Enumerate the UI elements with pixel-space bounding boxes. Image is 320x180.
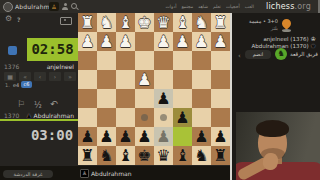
avatar[interactable]	[3, 2, 13, 12]
white-pawn: ♟	[97, 32, 116, 51]
menu-item-tools[interactable]: أدوات	[165, 4, 176, 9]
black-clock: 03:00	[27, 123, 77, 148]
move-white[interactable]: e4	[13, 82, 19, 88]
team-label: فريق الرقعة	[290, 51, 318, 57]
square-a4[interactable]	[211, 70, 230, 89]
last-move-icon[interactable]: »	[64, 72, 76, 81]
square-h4[interactable]	[78, 70, 97, 89]
black-bishop: ♝	[173, 146, 192, 165]
square-f5[interactable]	[116, 89, 135, 108]
square-h5[interactable]	[78, 89, 97, 108]
square-g7[interactable]: ♟	[97, 127, 116, 146]
white-bishop: ♝	[173, 13, 192, 32]
square-g6[interactable]	[97, 108, 116, 127]
main-menu: العب أحجيات تعلم شاهد مجتمع أدوات	[165, 4, 254, 9]
menu-item-community[interactable]: مجتمع	[181, 4, 193, 9]
square-f1[interactable]: ♝	[116, 13, 135, 32]
gear-icon[interactable]: ⚙	[5, 14, 12, 23]
square-e1[interactable]: ♚	[135, 13, 154, 32]
game-side-panel: ⚙ ? 02:58 1376 anjelneel ▦ « ‹ › » 1. e4…	[0, 13, 78, 166]
notification-badge[interactable]: ♙	[49, 2, 59, 11]
black-queen: ♛	[154, 146, 173, 165]
white-pawn: ♟	[78, 32, 97, 51]
square-a5[interactable]	[211, 89, 230, 108]
square-f8[interactable]: ♝	[116, 146, 135, 165]
square-f6[interactable]	[116, 108, 135, 127]
black-knight: ♞	[97, 146, 116, 165]
square-g8[interactable]: ♞	[97, 146, 116, 165]
square-c8[interactable]: ♝	[173, 146, 192, 165]
bottom-player-label: Abdulrahman	[91, 170, 131, 177]
square-b8[interactable]: ♞	[192, 146, 211, 165]
white-rook: ♜	[211, 13, 230, 32]
black-pawn: ♟	[116, 127, 135, 146]
square-g4[interactable]	[97, 70, 116, 89]
friends-icon[interactable]	[62, 3, 68, 10]
square-e6[interactable]	[135, 108, 154, 127]
square-g5[interactable]	[97, 89, 116, 108]
square-a8[interactable]: ♜	[211, 146, 230, 165]
black-pawn: ♟	[192, 127, 211, 146]
square-a1[interactable]: ♜	[211, 13, 230, 32]
team-logo-icon[interactable]: ♞	[275, 48, 287, 60]
black-rook: ♜	[78, 146, 97, 165]
square-d5[interactable]: ♟	[154, 89, 173, 108]
square-h6[interactable]	[78, 108, 97, 127]
blue-indicator-icon[interactable]	[8, 46, 17, 55]
square-h8[interactable]: ♜	[78, 146, 97, 165]
square-f3[interactable]	[116, 51, 135, 70]
square-c3[interactable]	[173, 51, 192, 70]
black-pawn-ghost: ♟	[154, 127, 173, 146]
blitz-flame-icon	[281, 19, 292, 32]
square-c6[interactable]: ♟	[173, 108, 192, 127]
chevron-left-icon[interactable]: ‹	[238, 52, 241, 60]
help-icon[interactable]: ?	[17, 16, 20, 23]
menu-item-watch[interactable]: شاهد	[198, 4, 208, 9]
white-pawn: ♟	[135, 70, 154, 89]
camera-icon[interactable]	[60, 17, 72, 25]
white-knight: ♞	[97, 13, 116, 32]
black-king: ♚	[135, 146, 154, 165]
square-e7[interactable]: ♟	[135, 127, 154, 146]
square-b2[interactable]: ♟	[192, 32, 211, 51]
square-d7[interactable]: ♟	[154, 127, 173, 146]
white-king: ♚	[135, 13, 154, 32]
square-b5[interactable]	[192, 89, 211, 108]
white-player-name[interactable]: anjelneel	[47, 63, 74, 70]
square-b4[interactable]	[192, 70, 211, 89]
white-queen: ♛	[154, 13, 173, 32]
prev-move-icon[interactable]: ‹	[34, 72, 46, 81]
join-button[interactable]: انضم	[245, 50, 271, 59]
square-a3[interactable]	[211, 51, 230, 70]
move-black-current[interactable]: c6	[21, 81, 32, 88]
menu-item-learn[interactable]: تعلم	[213, 4, 221, 9]
square-c5[interactable]	[173, 89, 192, 108]
square-f4[interactable]	[116, 70, 135, 89]
chat-room-button[interactable]: غرفة الدردشة	[3, 170, 53, 178]
square-e5[interactable]	[135, 89, 154, 108]
square-h2[interactable]: ♟	[78, 32, 97, 51]
square-d8[interactable]: ♛	[154, 146, 173, 165]
square-e4[interactable]: ♟	[135, 70, 154, 89]
square-h3[interactable]	[78, 51, 97, 70]
white-pawn: ♟	[116, 32, 135, 51]
white-knight: ♞	[192, 13, 211, 32]
square-e3[interactable]	[135, 51, 154, 70]
top-bar: Abdulrahman ♙ العب أحجيات تعلم شاهد مجتم…	[0, 0, 320, 13]
square-d3[interactable]	[154, 51, 173, 70]
square-a6[interactable]	[211, 108, 230, 127]
player-row-white[interactable]: anjelneel (1376) ♔	[263, 35, 316, 42]
move-number: 1.	[5, 82, 10, 88]
black-pawn: ♟	[78, 127, 97, 146]
black-pawn: ♟	[135, 127, 154, 146]
takeback-icon[interactable]: ↶	[50, 99, 58, 109]
square-g1[interactable]: ♞	[97, 13, 116, 32]
black-pawn: ♟	[154, 89, 173, 108]
square-h7[interactable]: ♟	[78, 127, 97, 146]
first-move-icon[interactable]: «	[19, 72, 31, 81]
white-pawn: ♟	[154, 32, 173, 51]
white-clock: 02:58	[27, 38, 78, 61]
black-rating: 1370	[4, 112, 19, 119]
black-pawn: ♟	[173, 108, 192, 127]
player-color-badge: ♙	[80, 169, 89, 178]
game-info-line1: 3+0 • مقيمة	[249, 18, 278, 24]
square-c1[interactable]: ♝	[173, 13, 192, 32]
black-rook: ♜	[211, 146, 230, 165]
black-piece-icon: ♟	[26, 112, 31, 119]
square-b6[interactable]	[192, 108, 211, 127]
square-a7[interactable]: ♟	[211, 127, 230, 146]
black-player-row[interactable]: ♟ Abdulrahman	[26, 112, 74, 119]
square-g3[interactable]	[97, 51, 116, 70]
square-b3[interactable]	[192, 51, 211, 70]
square-c2[interactable]: ♟	[173, 32, 192, 51]
search-icon[interactable]	[71, 3, 78, 10]
white-rating: 1376	[4, 63, 19, 70]
black-player-name[interactable]: Abdulrahman	[34, 112, 74, 119]
square-d4[interactable]	[154, 70, 173, 89]
white-piece-icon: ♔	[311, 35, 316, 42]
square-d2[interactable]: ♟	[154, 32, 173, 51]
square-c7[interactable]	[173, 127, 192, 146]
move-nav-row: ▦ « ‹ › »	[4, 72, 76, 81]
player-white-label: anjelneel (1376)	[263, 36, 308, 42]
white-rook: ♜	[78, 13, 97, 32]
square-c4[interactable]	[173, 70, 192, 89]
square-h1[interactable]: ♜	[78, 13, 97, 32]
square-d6[interactable]	[154, 108, 173, 127]
black-bishop: ♝	[116, 146, 135, 165]
resign-flag-icon[interactable]: ⚐	[17, 99, 25, 109]
white-pawn: ♟	[192, 32, 211, 51]
square-f2[interactable]: ♟	[116, 32, 135, 51]
chess-board: ♜♞♝♚♛♝♞♜♟♟♟♟♟♟♟♟♟♟♟♟♟♟♟♟♟♜♞♝♚♛♝♞♜	[78, 13, 230, 165]
menu-item-puzzles[interactable]: أحجيات	[226, 4, 240, 9]
square-d1[interactable]: ♛	[154, 13, 173, 32]
menu-item-play[interactable]: العب	[245, 4, 254, 9]
board-menu-icon[interactable]: ▦	[4, 72, 16, 81]
square-b7[interactable]: ♟	[192, 127, 211, 146]
square-g2[interactable]: ♟	[97, 32, 116, 51]
square-f7[interactable]: ♟	[116, 127, 135, 146]
black-pawn: ♟	[97, 127, 116, 146]
webcam-overlay	[236, 112, 320, 180]
next-move-icon[interactable]: ›	[49, 72, 61, 81]
active-bar	[0, 119, 78, 121]
white-pawn: ♟	[173, 32, 192, 51]
square-a2[interactable]: ♟	[211, 32, 230, 51]
black-pawn: ♟	[211, 127, 230, 146]
game-info-line2: بلتز	[271, 25, 278, 31]
square-e2[interactable]	[135, 32, 154, 51]
white-pawn: ♟	[211, 32, 230, 51]
square-b1[interactable]: ♞	[192, 13, 211, 32]
draw-offer-icon[interactable]: ½	[34, 101, 42, 110]
square-e8[interactable]: ♚	[135, 146, 154, 165]
streamer-hair	[256, 120, 289, 137]
black-knight: ♞	[192, 146, 211, 165]
black-piece-icon: ♚	[311, 42, 316, 49]
lichess-logo[interactable]: lichess.org	[266, 2, 311, 11]
white-bishop: ♝	[116, 13, 135, 32]
lichess-game-screen: Abdulrahman ♙ العب أحجيات تعلم شاهد مجتم…	[0, 0, 320, 180]
